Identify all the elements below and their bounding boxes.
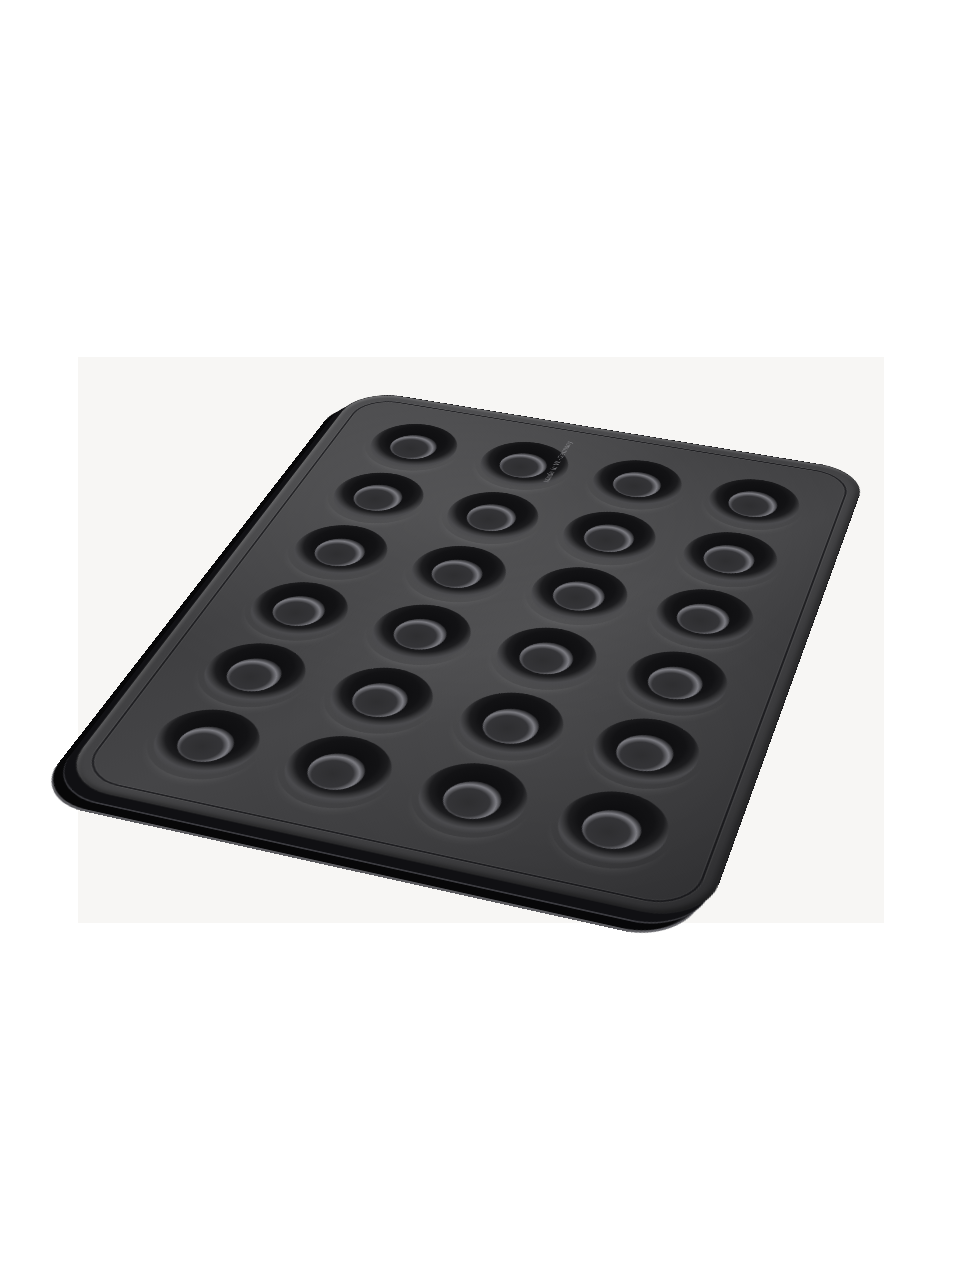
muffin-cup xyxy=(188,636,321,712)
muffin-cup xyxy=(434,486,549,548)
muffin-cup xyxy=(544,783,680,874)
muffin-cup xyxy=(136,702,276,784)
muffin-cup xyxy=(358,418,469,474)
muffin-cup xyxy=(315,660,447,738)
muffin-cup xyxy=(519,561,638,630)
muffin-cup xyxy=(236,575,363,645)
muffin-cup xyxy=(644,582,762,653)
muffin-cup xyxy=(398,539,518,606)
muffin-cup xyxy=(582,454,691,513)
muffin-cup xyxy=(484,620,609,694)
muffin-cup xyxy=(403,755,541,843)
muffin-cup xyxy=(280,519,401,584)
muffin-cup xyxy=(614,644,738,721)
muffin-cup xyxy=(358,597,484,669)
muffin-cup xyxy=(552,505,666,568)
muffin-cup xyxy=(320,467,436,527)
muffin-cup xyxy=(580,710,710,793)
muffin-cup xyxy=(699,473,807,534)
muffin-cup xyxy=(673,526,786,591)
muffin-cup xyxy=(267,728,406,813)
muffin-cup xyxy=(445,685,576,766)
